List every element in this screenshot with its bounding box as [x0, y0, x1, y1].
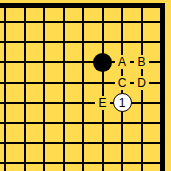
- grid-vline-3: [63, 4, 65, 171]
- point-label-D[interactable]: D: [134, 76, 149, 90]
- point-label-A[interactable]: A: [115, 55, 130, 69]
- grid-vline-4: [82, 4, 84, 171]
- point-label-C[interactable]: C: [115, 76, 130, 90]
- stone-move-number: 1: [119, 96, 126, 110]
- go-board[interactable]: ABCDE1: [0, 0, 171, 171]
- black-stone: [93, 53, 112, 72]
- grid-vline-2: [43, 4, 45, 171]
- white-stone-1: 1: [113, 93, 132, 112]
- board-top-edge: [0, 3, 165, 8]
- grid-vline-5: [102, 4, 104, 171]
- grid-vline-0: [4, 4, 6, 171]
- grid-vline-1: [24, 4, 26, 171]
- point-label-E[interactable]: E: [95, 96, 110, 110]
- point-label-B[interactable]: B: [134, 55, 149, 69]
- board-right-edge: [160, 3, 165, 171]
